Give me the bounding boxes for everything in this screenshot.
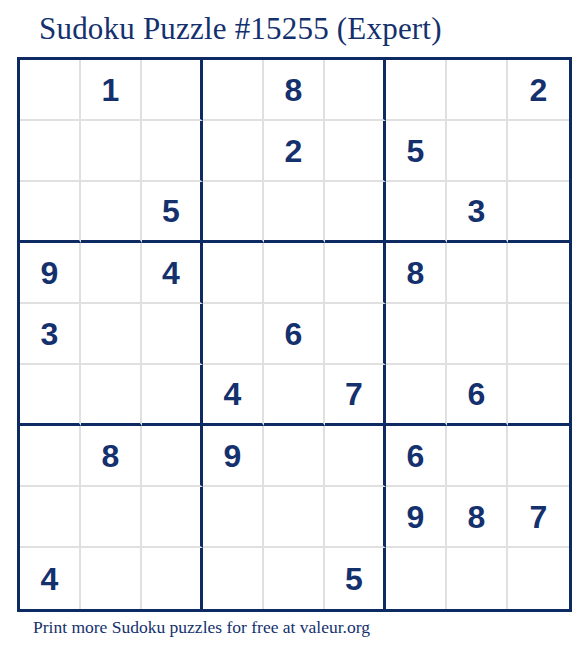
cell-r5c3 — [142, 304, 203, 365]
cell-r2c8 — [447, 121, 508, 182]
cell-r8c6 — [325, 487, 386, 548]
cell-r7c8 — [447, 426, 508, 487]
cell-r1c7 — [386, 60, 447, 121]
cell-r4c3: 4 — [142, 243, 203, 304]
cell-r3c9 — [508, 182, 569, 243]
cell-r6c4: 4 — [203, 365, 264, 426]
cell-r8c9: 7 — [508, 487, 569, 548]
cell-r4c4 — [203, 243, 264, 304]
cell-r6c5 — [264, 365, 325, 426]
cell-r2c3 — [142, 121, 203, 182]
cell-r8c1 — [20, 487, 81, 548]
cell-r8c8: 8 — [447, 487, 508, 548]
cell-r9c6: 5 — [325, 548, 386, 609]
cell-r9c8 — [447, 548, 508, 609]
page-title: Sudoku Puzzle #15255 (Expert) — [39, 11, 442, 47]
cell-r3c2 — [81, 182, 142, 243]
cell-r1c4 — [203, 60, 264, 121]
cell-r6c6: 7 — [325, 365, 386, 426]
cell-r9c5 — [264, 548, 325, 609]
cell-r2c4 — [203, 121, 264, 182]
cell-r8c2 — [81, 487, 142, 548]
cell-r9c7 — [386, 548, 447, 609]
cell-r3c6 — [325, 182, 386, 243]
cell-r5c8 — [447, 304, 508, 365]
cell-r2c1 — [20, 121, 81, 182]
cell-r8c7: 9 — [386, 487, 447, 548]
cell-r5c2 — [81, 304, 142, 365]
cell-r2c5: 2 — [264, 121, 325, 182]
cell-r4c2 — [81, 243, 142, 304]
cell-r4c6 — [325, 243, 386, 304]
cell-r1c2: 1 — [81, 60, 142, 121]
cell-r7c7: 6 — [386, 426, 447, 487]
cell-r1c6 — [325, 60, 386, 121]
cell-r2c7: 5 — [386, 121, 447, 182]
cell-r7c4: 9 — [203, 426, 264, 487]
cell-r6c9 — [508, 365, 569, 426]
cell-r2c2 — [81, 121, 142, 182]
cell-r6c1 — [20, 365, 81, 426]
cell-r4c5 — [264, 243, 325, 304]
cell-r8c3 — [142, 487, 203, 548]
cell-r5c4 — [203, 304, 264, 365]
cell-r7c3 — [142, 426, 203, 487]
cell-r9c2 — [81, 548, 142, 609]
cell-r7c2: 8 — [81, 426, 142, 487]
cell-r7c1 — [20, 426, 81, 487]
cell-r1c5: 8 — [264, 60, 325, 121]
cell-r2c9 — [508, 121, 569, 182]
cell-r3c1 — [20, 182, 81, 243]
cell-r1c1 — [20, 60, 81, 121]
cell-r9c3 — [142, 548, 203, 609]
cell-r5c7 — [386, 304, 447, 365]
cell-r1c9: 2 — [508, 60, 569, 121]
cell-r3c8: 3 — [447, 182, 508, 243]
footer-text: Print more Sudoku puzzles for free at va… — [33, 617, 370, 638]
cell-r6c2 — [81, 365, 142, 426]
cell-r5c1: 3 — [20, 304, 81, 365]
cell-r4c7: 8 — [386, 243, 447, 304]
cell-r7c9 — [508, 426, 569, 487]
cell-r3c3: 5 — [142, 182, 203, 243]
cell-r9c1: 4 — [20, 548, 81, 609]
cell-r4c9 — [508, 243, 569, 304]
cell-r3c5 — [264, 182, 325, 243]
cell-r5c6 — [325, 304, 386, 365]
cell-r9c9 — [508, 548, 569, 609]
cell-r5c5: 6 — [264, 304, 325, 365]
cell-r6c3 — [142, 365, 203, 426]
cell-r6c8: 6 — [447, 365, 508, 426]
cell-r1c3 — [142, 60, 203, 121]
cell-r8c4 — [203, 487, 264, 548]
sudoku-grid: 18225539483647689698745 — [17, 57, 572, 612]
cell-r2c6 — [325, 121, 386, 182]
cell-r7c6 — [325, 426, 386, 487]
cell-r6c7 — [386, 365, 447, 426]
cell-r9c4 — [203, 548, 264, 609]
cell-r3c7 — [386, 182, 447, 243]
cell-r4c8 — [447, 243, 508, 304]
cell-r5c9 — [508, 304, 569, 365]
cell-r4c1: 9 — [20, 243, 81, 304]
cell-r3c4 — [203, 182, 264, 243]
cell-r8c5 — [264, 487, 325, 548]
cell-r7c5 — [264, 426, 325, 487]
sudoku-page: Sudoku Puzzle #15255 (Expert) 1822553948… — [0, 0, 580, 651]
cell-r1c8 — [447, 60, 508, 121]
